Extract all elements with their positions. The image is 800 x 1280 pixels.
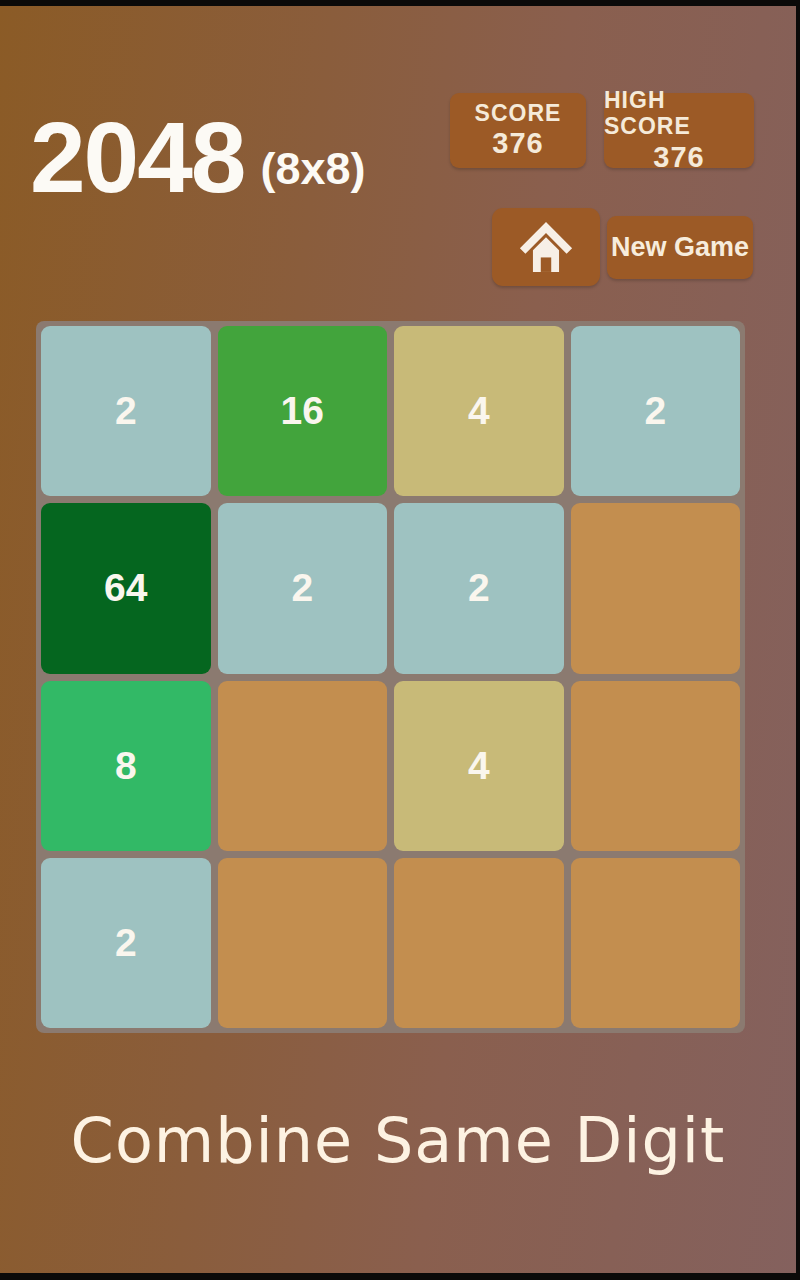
high-score-label: HIGH SCORE (604, 87, 754, 140)
tile-r1c0: 64 (41, 503, 211, 673)
tagline: Combine Same Digit (0, 1104, 796, 1177)
tile-r3c2 (394, 858, 564, 1028)
high-score-value: 376 (653, 140, 704, 175)
tile-r0c3: 2 (571, 326, 741, 496)
new-game-button[interactable]: New Game (607, 216, 753, 279)
title-row: 2048 (8x8) (30, 104, 366, 210)
tile-r0c1: 16 (218, 326, 388, 496)
letterbox-bottom (0, 1273, 800, 1280)
tile-r2c1 (218, 681, 388, 851)
tile-r1c1: 2 (218, 503, 388, 673)
high-score-box: HIGH SCORE 376 (604, 93, 754, 168)
tile-r0c2: 4 (394, 326, 564, 496)
home-icon (517, 218, 575, 276)
board-mode-label: (8x8) (260, 143, 365, 195)
tile-r2c2: 4 (394, 681, 564, 851)
tile-r3c1 (218, 858, 388, 1028)
tile-r3c0: 2 (41, 858, 211, 1028)
tile-r1c2: 2 (394, 503, 564, 673)
tile-r2c3 (571, 681, 741, 851)
app-title: 2048 (30, 104, 244, 210)
tile-r3c3 (571, 858, 741, 1028)
tile-r0c0: 2 (41, 326, 211, 496)
tile-r1c3 (571, 503, 741, 673)
score-value: 376 (492, 126, 543, 161)
score-box: SCORE 376 (450, 93, 586, 168)
app-screen: 2048 (8x8) SCORE 376 HIGH SCORE 376 New … (0, 0, 800, 1280)
letterbox-right (796, 0, 800, 1280)
score-label: SCORE (475, 100, 562, 126)
tile-r2c0: 8 (41, 681, 211, 851)
game-board[interactable]: 2 16 4 2 64 2 2 8 4 2 (36, 321, 745, 1033)
letterbox-top (0, 0, 800, 6)
home-button[interactable] (492, 208, 600, 286)
